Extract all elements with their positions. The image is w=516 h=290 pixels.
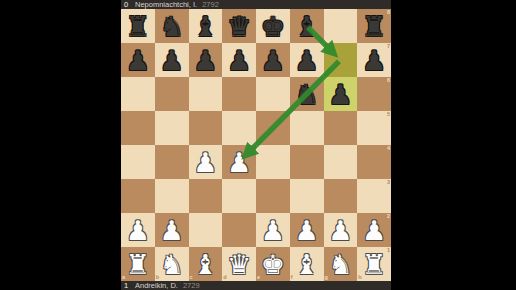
piece-black-queen[interactable]: ♛ (227, 13, 251, 40)
bottom-player-rating: 2729 (183, 281, 200, 290)
square-h6[interactable]: 6 (357, 77, 391, 111)
square-c3[interactable] (189, 179, 223, 213)
app-background: 0 Nepomniachtchi, I. 2792 ♜♞♝♛♚♝♜8♟♟♟♟♟♟… (0, 0, 516, 290)
piece-white-rook[interactable]: ♜ (126, 251, 150, 278)
square-b2[interactable]: ♟ (155, 213, 189, 247)
square-f7[interactable]: ♟ (290, 43, 324, 77)
square-g4[interactable] (324, 145, 358, 179)
chess-game-panel: 0 Nepomniachtchi, I. 2792 ♜♞♝♛♚♝♜8♟♟♟♟♟♟… (121, 0, 391, 290)
square-b8[interactable]: ♞ (155, 9, 189, 43)
square-h2[interactable]: ♟2 (357, 213, 391, 247)
piece-white-pawn[interactable]: ♟ (328, 217, 352, 244)
square-a2[interactable]: ♟ (121, 213, 155, 247)
piece-black-bishop[interactable]: ♝ (193, 13, 217, 40)
coord-rank-4: 4 (387, 146, 390, 152)
square-c1[interactable]: ♝c (189, 247, 223, 281)
square-h4[interactable]: 4 (357, 145, 391, 179)
piece-black-rook[interactable]: ♜ (126, 13, 150, 40)
top-player-name: Nepomniachtchi, I. (135, 0, 197, 9)
square-h1[interactable]: ♜h1 (357, 247, 391, 281)
coord-file-c: c (190, 275, 193, 281)
piece-black-pawn[interactable]: ♟ (193, 47, 217, 74)
piece-black-pawn[interactable]: ♟ (328, 81, 352, 108)
piece-white-pawn[interactable]: ♟ (193, 149, 217, 176)
square-a4[interactable] (121, 145, 155, 179)
square-g6[interactable]: ♟ (324, 77, 358, 111)
board-wrap: ♜♞♝♛♚♝♜8♟♟♟♟♟♟♟7♞♟65♟♟43♟♟♟♟♟♟2♜a♞b♝c♛d♚… (121, 9, 391, 281)
square-e6[interactable] (256, 77, 290, 111)
square-a5[interactable] (121, 111, 155, 145)
square-c5[interactable] (189, 111, 223, 145)
piece-white-queen[interactable]: ♛ (227, 251, 251, 278)
square-f2[interactable]: ♟ (290, 213, 324, 247)
square-e8[interactable]: ♚ (256, 9, 290, 43)
square-g8[interactable] (324, 9, 358, 43)
square-b1[interactable]: ♞b (155, 247, 189, 281)
piece-white-pawn[interactable]: ♟ (295, 217, 319, 244)
player-bar-bottom: 1 Andreikin, D. 2729 (121, 281, 391, 290)
square-e5[interactable] (256, 111, 290, 145)
square-a6[interactable] (121, 77, 155, 111)
square-e1[interactable]: ♚e (256, 247, 290, 281)
square-c6[interactable] (189, 77, 223, 111)
square-a1[interactable]: ♜a (121, 247, 155, 281)
square-f5[interactable] (290, 111, 324, 145)
square-g2[interactable]: ♟ (324, 213, 358, 247)
piece-black-pawn[interactable]: ♟ (126, 47, 150, 74)
square-g3[interactable] (324, 179, 358, 213)
coord-file-e: e (257, 275, 260, 281)
square-d7[interactable]: ♟ (222, 43, 256, 77)
piece-white-pawn[interactable]: ♟ (160, 217, 184, 244)
piece-black-pawn[interactable]: ♟ (160, 47, 184, 74)
piece-black-king[interactable]: ♚ (261, 13, 285, 40)
square-f1[interactable]: ♝f (290, 247, 324, 281)
coord-rank-3: 3 (387, 180, 390, 186)
piece-black-rook[interactable]: ♜ (362, 13, 386, 40)
piece-white-king[interactable]: ♚ (261, 251, 285, 278)
top-player-score: 0 (124, 0, 135, 9)
coord-rank-5: 5 (387, 112, 390, 118)
square-h8[interactable]: ♜8 (357, 9, 391, 43)
square-h7[interactable]: ♟7 (357, 43, 391, 77)
piece-black-knight[interactable]: ♞ (160, 13, 184, 40)
square-b7[interactable]: ♟ (155, 43, 189, 77)
piece-black-pawn[interactable]: ♟ (261, 47, 285, 74)
square-c2[interactable] (189, 213, 223, 247)
square-d5[interactable] (222, 111, 256, 145)
square-h5[interactable]: 5 (357, 111, 391, 145)
piece-white-pawn[interactable]: ♟ (261, 217, 285, 244)
coord-rank-1: 1 (387, 248, 390, 254)
coord-rank-2: 2 (387, 214, 390, 220)
piece-black-bishop[interactable]: ♝ (295, 13, 319, 40)
bottom-player-name: Andreikin, D. (135, 281, 178, 290)
piece-white-rook[interactable]: ♜ (362, 251, 386, 278)
piece-white-knight[interactable]: ♞ (328, 251, 352, 278)
piece-black-pawn[interactable]: ♟ (362, 47, 386, 74)
square-b6[interactable] (155, 77, 189, 111)
square-e7[interactable]: ♟ (256, 43, 290, 77)
piece-white-pawn[interactable]: ♟ (126, 217, 150, 244)
square-g5[interactable] (324, 111, 358, 145)
square-e3[interactable] (256, 179, 290, 213)
square-d2[interactable] (222, 213, 256, 247)
square-a8[interactable]: ♜ (121, 9, 155, 43)
square-f3[interactable] (290, 179, 324, 213)
square-f6[interactable]: ♞ (290, 77, 324, 111)
square-d3[interactable] (222, 179, 256, 213)
piece-white-bishop[interactable]: ♝ (193, 251, 217, 278)
coord-rank-6: 6 (387, 78, 390, 84)
chess-board[interactable]: ♜♞♝♛♚♝♜8♟♟♟♟♟♟♟7♞♟65♟♟43♟♟♟♟♟♟2♜a♞b♝c♛d♚… (121, 9, 391, 281)
coord-file-a: a (122, 275, 125, 281)
square-d8[interactable]: ♛ (222, 9, 256, 43)
square-c7[interactable]: ♟ (189, 43, 223, 77)
coord-file-f: f (291, 275, 293, 281)
square-b5[interactable] (155, 111, 189, 145)
piece-white-pawn[interactable]: ♟ (227, 149, 251, 176)
piece-white-knight[interactable]: ♞ (160, 251, 184, 278)
square-a3[interactable] (121, 179, 155, 213)
square-d1[interactable]: ♛d (222, 247, 256, 281)
square-c8[interactable]: ♝ (189, 9, 223, 43)
square-f4[interactable] (290, 145, 324, 179)
piece-white-bishop[interactable]: ♝ (295, 251, 319, 278)
piece-black-knight[interactable]: ♞ (295, 81, 319, 108)
square-b3[interactable] (155, 179, 189, 213)
square-d4[interactable]: ♟ (222, 145, 256, 179)
top-player-rating: 2792 (202, 0, 219, 9)
square-b4[interactable] (155, 145, 189, 179)
square-a7[interactable]: ♟ (121, 43, 155, 77)
piece-black-pawn[interactable]: ♟ (227, 47, 251, 74)
coord-rank-7: 7 (387, 44, 390, 50)
square-g7[interactable] (324, 43, 358, 77)
coord-rank-8: 8 (387, 10, 390, 16)
square-g1[interactable]: ♞g (324, 247, 358, 281)
piece-white-pawn[interactable]: ♟ (362, 217, 386, 244)
square-h3[interactable]: 3 (357, 179, 391, 213)
bottom-player-score: 1 (124, 281, 135, 290)
square-d6[interactable] (222, 77, 256, 111)
player-bar-top: 0 Nepomniachtchi, I. 2792 (121, 0, 391, 9)
square-f8[interactable]: ♝ (290, 9, 324, 43)
piece-black-pawn[interactable]: ♟ (295, 47, 319, 74)
square-e2[interactable]: ♟ (256, 213, 290, 247)
square-c4[interactable]: ♟ (189, 145, 223, 179)
square-e4[interactable] (256, 145, 290, 179)
